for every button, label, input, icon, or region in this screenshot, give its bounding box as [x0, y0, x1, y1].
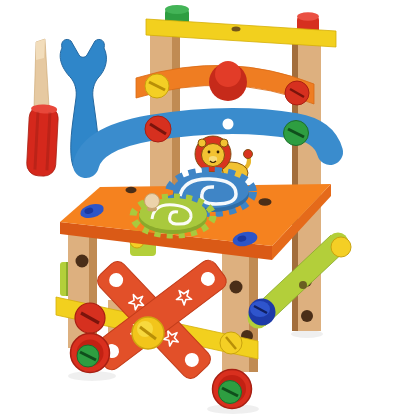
seat-hole — [259, 198, 272, 206]
red-screw — [145, 116, 171, 142]
yellow-bolt — [331, 237, 351, 257]
slat-hole — [223, 119, 234, 130]
peg-hole — [230, 281, 243, 294]
red-screw — [285, 81, 309, 105]
screwdriver-handle — [26, 105, 59, 176]
screwdriver — [26, 39, 59, 177]
right-wheel — [213, 370, 252, 409]
lion-ear — [198, 139, 206, 147]
big-red-screw — [75, 303, 105, 333]
slat-hole — [299, 281, 307, 289]
screwdriver-tip — [36, 39, 45, 60]
lion-face — [202, 144, 225, 167]
blue-bolt — [249, 299, 276, 326]
peg-hole — [76, 255, 89, 268]
left-wheel — [71, 334, 110, 373]
seat-hole — [126, 187, 137, 193]
product-photo: Wooden multifunctional assembly toy chai… — [0, 0, 416, 416]
lion-ear — [220, 139, 228, 147]
yellow-screw — [145, 74, 169, 98]
green-bolt — [284, 121, 309, 146]
lion-tail-tuft — [244, 150, 253, 159]
peg-hole — [301, 310, 313, 322]
x-center-yellow-bolt — [132, 317, 164, 349]
yellow-screw — [220, 332, 242, 354]
toy-chair-illustration: Wooden multifunctional assembly toy chai… — [0, 0, 416, 416]
bar-hole — [232, 27, 241, 32]
